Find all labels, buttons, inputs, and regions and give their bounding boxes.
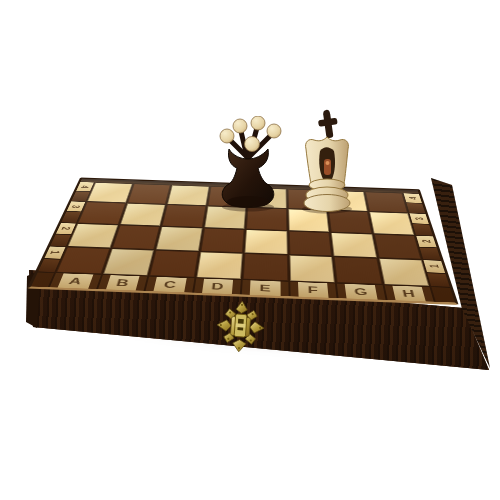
square-h1[interactable] — [379, 258, 430, 286]
rank-label: 2 — [60, 227, 73, 231]
rank-label: 3 — [70, 205, 82, 208]
file-label: F — [307, 285, 318, 295]
file-label: C — [163, 280, 177, 290]
square-b4[interactable] — [127, 184, 170, 204]
file-label: B — [115, 278, 130, 288]
rank-label: 1 — [48, 250, 62, 254]
square-c3[interactable] — [162, 205, 206, 227]
square-g2[interactable] — [331, 233, 377, 258]
file-label-b: B — [98, 275, 148, 291]
rank-label: 4 — [79, 185, 91, 188]
file-label: A — [68, 276, 84, 286]
border-cell — [413, 224, 433, 235]
square-a3[interactable] — [78, 202, 125, 224]
border-cell — [420, 248, 441, 260]
white-king-piece[interactable] — [300, 109, 354, 214]
queen-base — [227, 196, 269, 208]
file-label: D — [211, 281, 224, 291]
file-label-d: D — [194, 278, 241, 294]
square-h2[interactable] — [374, 234, 422, 259]
square-c1[interactable] — [149, 250, 198, 277]
king-cross-finial — [317, 109, 340, 139]
square-e1[interactable] — [243, 253, 288, 280]
square-d2[interactable] — [200, 228, 244, 252]
rank-label: 4 — [407, 197, 418, 200]
rank-label: 1 — [427, 264, 440, 268]
black-queen-piece[interactable] — [219, 116, 287, 212]
square-b3[interactable] — [120, 203, 166, 225]
square-g1[interactable] — [334, 257, 382, 284]
border-corner-right — [431, 287, 454, 302]
rank-label-cell-right-2: 2 — [416, 236, 436, 248]
square-b1[interactable] — [103, 249, 154, 276]
rank-label-cell-right-3: 3 — [410, 213, 429, 224]
square-c2[interactable] — [156, 226, 202, 250]
scene: 44332211ABCDEFGH — [0, 0, 500, 500]
square-h3[interactable] — [369, 212, 414, 235]
square-b2[interactable] — [112, 225, 160, 249]
square-a1[interactable] — [56, 247, 109, 274]
border-cell — [427, 273, 449, 287]
file-label: H — [401, 288, 416, 298]
square-c4[interactable] — [167, 185, 209, 205]
border-cell — [407, 203, 426, 213]
square-d1[interactable] — [196, 252, 243, 279]
square-a4[interactable] — [87, 183, 132, 203]
file-label-h: H — [384, 285, 434, 301]
file-label: G — [353, 287, 368, 297]
latch-hook — [236, 323, 246, 327]
rank-label: 3 — [413, 217, 425, 220]
rank-label-cell-right-4: 4 — [404, 193, 422, 203]
square-f1[interactable] — [289, 255, 335, 282]
file-label-c: C — [146, 277, 194, 293]
file-label-g: G — [337, 284, 385, 300]
square-h4[interactable] — [365, 192, 408, 213]
king-inner-highlight — [326, 161, 330, 165]
file-label: E — [259, 283, 270, 293]
file-label-f: F — [290, 282, 337, 298]
rank-label: 2 — [420, 239, 433, 243]
file-label-e: E — [242, 280, 288, 296]
square-e2[interactable] — [245, 229, 288, 254]
queen-ball-tips — [220, 116, 281, 152]
file-label-a: A — [50, 273, 101, 289]
brass-latch[interactable] — [215, 299, 265, 353]
rank-label-cell-right-1: 1 — [423, 260, 445, 273]
square-f2[interactable] — [288, 231, 331, 256]
king-base — [304, 195, 350, 212]
square-a2[interactable] — [68, 223, 118, 247]
